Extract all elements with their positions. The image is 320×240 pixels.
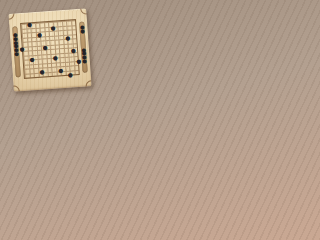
tray-stone-group: ●● xyxy=(80,26,85,34)
tray-stone[interactable]: ● xyxy=(82,59,87,63)
tray-stone[interactable]: ● xyxy=(80,29,85,33)
intersection[interactable] xyxy=(77,72,82,78)
board-grid: ●●●●●●●●●●●●● xyxy=(20,19,80,79)
tray-stone-group: ●●●● xyxy=(82,48,87,63)
grid-points: ●●●●●●●●●●●●● xyxy=(18,17,83,82)
game-board: ●●●●●● ●● ●●●● ●●●●●●●●●●●●● xyxy=(8,8,91,91)
tray-stone[interactable]: ● xyxy=(14,52,19,56)
